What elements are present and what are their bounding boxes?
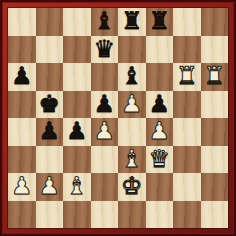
square-g1[interactable] <box>173 201 201 229</box>
black-rook: ♜ <box>118 8 146 36</box>
square-b7[interactable] <box>36 36 64 64</box>
square-f4[interactable]: ♟ <box>146 118 174 146</box>
white-bishop: ♝ <box>63 173 91 201</box>
square-c4[interactable]: ♟ <box>63 118 91 146</box>
square-d1[interactable] <box>91 201 119 229</box>
white-rook: ♜ <box>173 63 201 91</box>
square-a3[interactable] <box>8 146 36 174</box>
black-rook: ♜ <box>146 8 174 36</box>
square-b8[interactable] <box>36 8 64 36</box>
white-pawn: ♟ <box>118 91 146 119</box>
square-e4[interactable] <box>118 118 146 146</box>
square-c7[interactable] <box>63 36 91 64</box>
square-c3[interactable] <box>63 146 91 174</box>
square-a2[interactable]: ♟ <box>8 173 36 201</box>
square-f6[interactable] <box>146 63 174 91</box>
square-f5[interactable]: ♟ <box>146 91 174 119</box>
square-c1[interactable] <box>63 201 91 229</box>
square-g7[interactable] <box>173 36 201 64</box>
square-b4[interactable]: ♟ <box>36 118 64 146</box>
square-h3[interactable] <box>201 146 229 174</box>
black-king: ♚ <box>36 91 64 119</box>
white-bishop: ♝ <box>118 146 146 174</box>
black-bishop: ♝ <box>91 8 119 36</box>
square-a4[interactable] <box>8 118 36 146</box>
square-e3[interactable]: ♝ <box>118 146 146 174</box>
square-b5[interactable]: ♚ <box>36 91 64 119</box>
board-frame: ♝♜♜♛♟♝♜♜♚♟♟♟♟♟♟♟♝♛♟♟♝♚ <box>0 0 236 236</box>
square-e2[interactable]: ♚ <box>118 173 146 201</box>
white-queen: ♛ <box>146 146 174 174</box>
square-c8[interactable] <box>63 8 91 36</box>
square-h2[interactable] <box>201 173 229 201</box>
square-h7[interactable] <box>201 36 229 64</box>
black-pawn: ♟ <box>63 118 91 146</box>
white-pawn: ♟ <box>36 173 64 201</box>
chess-board: ♝♜♜♛♟♝♜♜♚♟♟♟♟♟♟♟♝♛♟♟♝♚ <box>8 8 228 228</box>
square-c2[interactable]: ♝ <box>63 173 91 201</box>
square-a5[interactable] <box>8 91 36 119</box>
square-e6[interactable]: ♝ <box>118 63 146 91</box>
square-c5[interactable] <box>63 91 91 119</box>
square-e5[interactable]: ♟ <box>118 91 146 119</box>
square-g8[interactable] <box>173 8 201 36</box>
black-pawn: ♟ <box>36 118 64 146</box>
square-f1[interactable] <box>146 201 174 229</box>
square-b3[interactable] <box>36 146 64 174</box>
square-h1[interactable] <box>201 201 229 229</box>
square-e8[interactable]: ♜ <box>118 8 146 36</box>
white-pawn: ♟ <box>146 118 174 146</box>
black-queen: ♛ <box>91 36 119 64</box>
black-pawn: ♟ <box>91 91 119 119</box>
square-d6[interactable] <box>91 63 119 91</box>
square-g6[interactable]: ♜ <box>173 63 201 91</box>
square-d8[interactable]: ♝ <box>91 8 119 36</box>
square-g5[interactable] <box>173 91 201 119</box>
square-a6[interactable]: ♟ <box>8 63 36 91</box>
square-c6[interactable] <box>63 63 91 91</box>
black-pawn: ♟ <box>146 91 174 119</box>
square-g4[interactable] <box>173 118 201 146</box>
square-a8[interactable] <box>8 8 36 36</box>
square-b2[interactable]: ♟ <box>36 173 64 201</box>
square-f2[interactable] <box>146 173 174 201</box>
square-d2[interactable] <box>91 173 119 201</box>
white-pawn: ♟ <box>8 173 36 201</box>
square-g3[interactable] <box>173 146 201 174</box>
square-e1[interactable] <box>118 201 146 229</box>
square-f7[interactable] <box>146 36 174 64</box>
square-e7[interactable] <box>118 36 146 64</box>
black-bishop: ♝ <box>118 63 146 91</box>
square-a1[interactable] <box>8 201 36 229</box>
square-h4[interactable] <box>201 118 229 146</box>
square-a7[interactable] <box>8 36 36 64</box>
square-b6[interactable] <box>36 63 64 91</box>
white-pawn: ♟ <box>91 118 119 146</box>
square-d3[interactable] <box>91 146 119 174</box>
square-h8[interactable] <box>201 8 229 36</box>
square-g2[interactable] <box>173 173 201 201</box>
square-h5[interactable] <box>201 91 229 119</box>
square-b1[interactable] <box>36 201 64 229</box>
square-f8[interactable]: ♜ <box>146 8 174 36</box>
black-pawn: ♟ <box>8 63 36 91</box>
white-rook: ♜ <box>201 63 229 91</box>
square-d7[interactable]: ♛ <box>91 36 119 64</box>
square-f3[interactable]: ♛ <box>146 146 174 174</box>
square-d5[interactable]: ♟ <box>91 91 119 119</box>
white-king: ♚ <box>118 173 146 201</box>
square-h6[interactable]: ♜ <box>201 63 229 91</box>
square-d4[interactable]: ♟ <box>91 118 119 146</box>
